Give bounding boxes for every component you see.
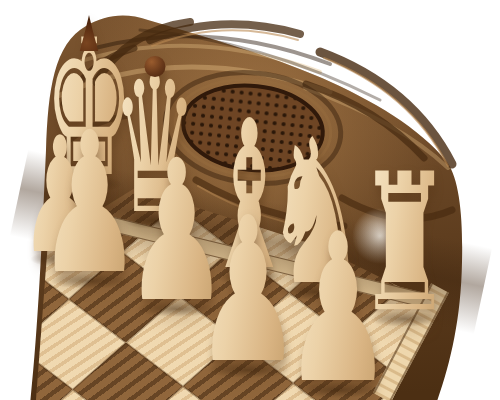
white-pawn-e6: ♟ — [283, 227, 394, 391]
ball-finial-icon — [144, 56, 165, 77]
photo-stage: ♚♛♝♞♜♟♟♟♟♟ — [0, 0, 500, 400]
pieces-layer: ♚♛♝♞♜♟♟♟♟♟ — [0, 0, 500, 400]
white-pawn-glyph: ♟ — [283, 190, 393, 400]
